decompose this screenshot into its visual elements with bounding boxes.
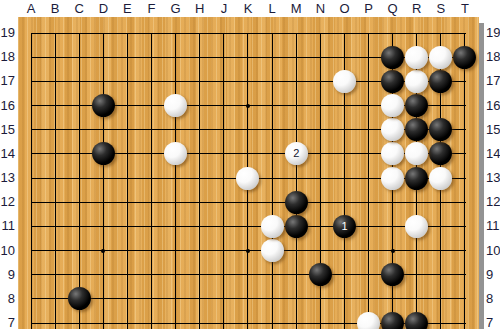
row-label-right-17: 17 xyxy=(486,73,500,88)
row-label-right-14: 14 xyxy=(486,146,500,161)
column-labels: ABCDEFGHJKLMNOPQRST xyxy=(0,0,500,17)
stone-black-O11[interactable]: 1 xyxy=(333,215,356,238)
stone-black-N9[interactable] xyxy=(309,263,332,286)
row-label-left-10: 10 xyxy=(0,243,15,258)
stone-black-R15[interactable] xyxy=(405,118,428,141)
move-number-label-1: 1 xyxy=(341,221,347,232)
col-label-J: J xyxy=(215,1,233,16)
col-label-H: H xyxy=(191,1,209,16)
stone-black-M12[interactable] xyxy=(285,191,308,214)
row-label-right-11: 11 xyxy=(486,218,500,233)
stone-white-G14[interactable] xyxy=(164,142,187,165)
stone-black-Q7[interactable] xyxy=(381,312,404,329)
stone-black-S17[interactable] xyxy=(429,70,452,93)
row-label-left-14: 14 xyxy=(0,146,15,161)
row-label-left-13: 13 xyxy=(0,170,15,185)
col-label-T: T xyxy=(456,1,474,16)
row-label-right-9: 9 xyxy=(486,267,500,282)
go-game-screenshot: 12 ABCDEFGHJKLMNOPQRST 19181716151413121… xyxy=(0,0,500,329)
stone-black-Q18[interactable] xyxy=(381,46,404,69)
stone-white-R18[interactable] xyxy=(405,46,428,69)
col-label-G: G xyxy=(167,1,185,16)
stone-white-M14[interactable]: 2 xyxy=(285,142,308,165)
stone-black-S14[interactable] xyxy=(429,142,452,165)
stone-white-L11[interactable] xyxy=(261,215,284,238)
grid-line-vertical xyxy=(223,33,224,329)
stone-white-K13[interactable] xyxy=(236,167,259,190)
stone-black-C8[interactable] xyxy=(68,287,91,310)
stone-white-P7[interactable] xyxy=(357,312,380,329)
grid-line-vertical xyxy=(464,33,465,329)
col-label-A: A xyxy=(22,1,40,16)
grid-line-vertical xyxy=(103,33,104,329)
row-label-left-12: 12 xyxy=(0,194,15,209)
stone-black-M11[interactable] xyxy=(285,215,308,238)
stone-white-S18[interactable] xyxy=(429,46,452,69)
stone-white-G16[interactable] xyxy=(164,94,187,117)
stone-white-Q16[interactable] xyxy=(381,94,404,117)
row-label-right-12: 12 xyxy=(486,194,500,209)
row-label-right-7: 7 xyxy=(486,315,500,329)
stone-black-S15[interactable] xyxy=(429,118,452,141)
grid-line-vertical xyxy=(79,33,80,329)
grid-line-vertical xyxy=(31,33,32,329)
stone-black-D14[interactable] xyxy=(92,142,115,165)
col-label-L: L xyxy=(263,1,281,16)
col-label-Q: Q xyxy=(384,1,402,16)
col-label-R: R xyxy=(408,1,426,16)
grid-line-horizontal xyxy=(31,33,466,34)
col-label-K: K xyxy=(239,1,257,16)
row-label-right-8: 8 xyxy=(486,291,500,306)
row-label-right-18: 18 xyxy=(486,49,500,64)
col-label-F: F xyxy=(143,1,161,16)
row-label-left-18: 18 xyxy=(0,49,15,64)
row-label-right-10: 10 xyxy=(486,243,500,258)
grid-line-vertical xyxy=(175,33,176,329)
col-label-C: C xyxy=(70,1,88,16)
col-label-B: B xyxy=(46,1,64,16)
grid-line-vertical xyxy=(199,33,200,329)
stone-white-Q13[interactable] xyxy=(381,167,404,190)
col-label-S: S xyxy=(432,1,450,16)
go-board[interactable]: 12 xyxy=(18,17,479,329)
stone-white-Q14[interactable] xyxy=(381,142,404,165)
row-label-left-15: 15 xyxy=(0,122,15,137)
stone-white-Q15[interactable] xyxy=(381,118,404,141)
row-labels-right: 19181716151413121110987 xyxy=(484,17,500,329)
grid-line-horizontal xyxy=(31,202,466,203)
star-point-Q10 xyxy=(391,249,395,253)
move-number-label-2: 2 xyxy=(293,148,299,159)
stone-black-Q17[interactable] xyxy=(381,70,404,93)
stone-black-T18[interactable] xyxy=(453,46,476,69)
grid-line-vertical xyxy=(55,33,56,329)
row-label-left-7: 7 xyxy=(0,315,15,329)
row-label-right-19: 19 xyxy=(486,25,500,40)
stone-black-R16[interactable] xyxy=(405,94,428,117)
row-label-left-17: 17 xyxy=(0,73,15,88)
stone-white-L10[interactable] xyxy=(261,239,284,262)
col-label-E: E xyxy=(118,1,136,16)
row-labels-left: 19181716151413121110987 xyxy=(0,17,18,329)
row-label-left-11: 11 xyxy=(0,218,15,233)
col-label-P: P xyxy=(360,1,378,16)
row-label-left-8: 8 xyxy=(0,291,15,306)
grid-line-vertical xyxy=(368,33,369,329)
grid-line-horizontal xyxy=(31,298,466,299)
star-point-D10 xyxy=(101,249,105,253)
stone-white-O17[interactable] xyxy=(333,70,356,93)
stone-black-Q9[interactable] xyxy=(381,263,404,286)
row-label-right-13: 13 xyxy=(486,170,500,185)
star-point-K10 xyxy=(246,249,250,253)
grid-line-vertical xyxy=(272,33,273,329)
stone-white-R11[interactable] xyxy=(405,215,428,238)
col-label-D: D xyxy=(94,1,112,16)
row-label-right-16: 16 xyxy=(486,98,500,113)
stone-black-D16[interactable] xyxy=(92,94,115,117)
stone-black-R7[interactable] xyxy=(405,312,428,329)
stone-white-R14[interactable] xyxy=(405,142,428,165)
row-label-left-19: 19 xyxy=(0,25,15,40)
stone-white-R17[interactable] xyxy=(405,70,428,93)
col-label-N: N xyxy=(311,1,329,16)
col-label-M: M xyxy=(287,1,305,16)
row-label-right-15: 15 xyxy=(486,122,500,137)
grid-line-vertical xyxy=(127,33,128,329)
star-point-K16 xyxy=(246,104,250,108)
row-label-left-9: 9 xyxy=(0,267,15,282)
grid-line-horizontal xyxy=(31,226,466,227)
grid-line-vertical xyxy=(296,33,297,329)
grid-line-vertical xyxy=(151,33,152,329)
col-label-O: O xyxy=(335,1,353,16)
stone-black-R13[interactable] xyxy=(405,167,428,190)
stone-white-S13[interactable] xyxy=(429,167,452,190)
row-label-left-16: 16 xyxy=(0,98,15,113)
